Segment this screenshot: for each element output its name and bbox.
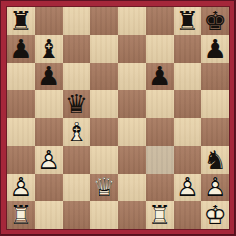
square-c7[interactable] — [63, 35, 91, 63]
square-d7[interactable] — [90, 35, 118, 63]
square-e3[interactable] — [118, 146, 146, 174]
square-f6[interactable]: ♟ — [146, 63, 174, 91]
square-c1[interactable] — [63, 201, 91, 229]
piece-white-pawn: ♙ — [35, 146, 63, 174]
square-e5[interactable] — [118, 90, 146, 118]
piece-black-rook: ♜ — [174, 7, 202, 35]
square-d5[interactable] — [90, 90, 118, 118]
square-h1[interactable]: ♚♔ — [201, 201, 229, 229]
square-f1[interactable]: ♜♖ — [146, 201, 174, 229]
square-g5[interactable] — [174, 90, 202, 118]
square-c8[interactable] — [63, 7, 91, 35]
square-c5[interactable]: ♛ — [63, 90, 91, 118]
piece-white-bishop: ♗ — [63, 118, 91, 146]
square-d3[interactable] — [90, 146, 118, 174]
piece-black-pawn: ♟ — [35, 63, 63, 91]
square-e7[interactable] — [118, 35, 146, 63]
piece-white-rook: ♖ — [7, 201, 35, 229]
square-f8[interactable] — [146, 7, 174, 35]
piece-black-pawn: ♟ — [201, 35, 229, 63]
piece-white-pawn-fill: ♟ — [174, 174, 202, 202]
square-g8[interactable]: ♜ — [174, 7, 202, 35]
square-a8[interactable]: ♜ — [7, 7, 35, 35]
square-a2[interactable]: ♟♙ — [7, 174, 35, 202]
square-a7[interactable]: ♟ — [7, 35, 35, 63]
square-b2[interactable] — [35, 174, 63, 202]
square-f7[interactable] — [146, 35, 174, 63]
square-h2[interactable]: ♟♙ — [201, 174, 229, 202]
square-h4[interactable] — [201, 118, 229, 146]
square-b8[interactable] — [35, 7, 63, 35]
piece-white-bishop-fill: ♝ — [63, 118, 91, 146]
square-a5[interactable] — [7, 90, 35, 118]
square-b1[interactable] — [35, 201, 63, 229]
piece-white-king: ♔ — [201, 201, 229, 229]
square-g3[interactable] — [174, 146, 202, 174]
chess-board: ♜♜♚♟♝♟♟♟♛♝♗♟♙♞♟♙♛♕♟♙♟♙♜♖♜♖♚♔ — [6, 6, 230, 230]
square-h6[interactable] — [201, 63, 229, 91]
piece-white-rook-fill: ♜ — [146, 201, 174, 229]
square-h5[interactable] — [201, 90, 229, 118]
square-c3[interactable] — [63, 146, 91, 174]
piece-white-pawn: ♙ — [174, 174, 202, 202]
piece-white-pawn-fill: ♟ — [201, 174, 229, 202]
square-d4[interactable] — [90, 118, 118, 146]
square-f5[interactable] — [146, 90, 174, 118]
piece-white-pawn: ♙ — [201, 174, 229, 202]
square-e2[interactable] — [118, 174, 146, 202]
piece-black-pawn: ♟ — [7, 35, 35, 63]
square-e6[interactable] — [118, 63, 146, 91]
piece-black-bishop: ♝ — [35, 35, 63, 63]
piece-white-pawn-fill: ♟ — [35, 146, 63, 174]
square-g7[interactable] — [174, 35, 202, 63]
square-h8[interactable]: ♚ — [201, 7, 229, 35]
piece-black-knight: ♞ — [201, 146, 229, 174]
piece-black-queen: ♛ — [63, 90, 91, 118]
square-d1[interactable] — [90, 201, 118, 229]
square-c2[interactable] — [63, 174, 91, 202]
square-f2[interactable] — [146, 174, 174, 202]
square-a1[interactable]: ♜♖ — [7, 201, 35, 229]
piece-white-pawn-fill: ♟ — [7, 174, 35, 202]
square-g6[interactable] — [174, 63, 202, 91]
piece-white-pawn: ♙ — [7, 174, 35, 202]
square-a3[interactable] — [7, 146, 35, 174]
square-b5[interactable] — [35, 90, 63, 118]
piece-white-queen-fill: ♛ — [90, 174, 118, 202]
piece-white-rook-fill: ♜ — [7, 201, 35, 229]
square-f3[interactable] — [146, 146, 174, 174]
piece-white-queen: ♕ — [90, 174, 118, 202]
square-g1[interactable] — [174, 201, 202, 229]
square-b6[interactable]: ♟ — [35, 63, 63, 91]
piece-white-rook: ♖ — [146, 201, 174, 229]
square-f4[interactable] — [146, 118, 174, 146]
square-e8[interactable] — [118, 7, 146, 35]
square-b7[interactable]: ♝ — [35, 35, 63, 63]
square-d2[interactable]: ♛♕ — [90, 174, 118, 202]
square-g4[interactable] — [174, 118, 202, 146]
piece-white-king-fill: ♚ — [201, 201, 229, 229]
square-a4[interactable] — [7, 118, 35, 146]
square-h3[interactable]: ♞ — [201, 146, 229, 174]
square-h7[interactable]: ♟ — [201, 35, 229, 63]
piece-black-rook: ♜ — [7, 7, 35, 35]
square-b3[interactable]: ♟♙ — [35, 146, 63, 174]
square-c4[interactable]: ♝♗ — [63, 118, 91, 146]
square-e1[interactable] — [118, 201, 146, 229]
square-c6[interactable] — [63, 63, 91, 91]
square-b4[interactable] — [35, 118, 63, 146]
square-e4[interactable] — [118, 118, 146, 146]
piece-black-pawn: ♟ — [146, 63, 174, 91]
square-d8[interactable] — [90, 7, 118, 35]
square-d6[interactable] — [90, 63, 118, 91]
piece-black-king: ♚ — [201, 7, 229, 35]
square-g2[interactable]: ♟♙ — [174, 174, 202, 202]
square-a6[interactable] — [7, 63, 35, 91]
board-frame: ♜♜♚♟♝♟♟♟♛♝♗♟♙♞♟♙♛♕♟♙♟♙♜♖♜♖♚♔ — [0, 0, 236, 236]
